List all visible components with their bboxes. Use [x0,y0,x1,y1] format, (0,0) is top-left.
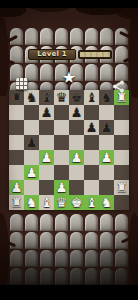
piece-white-pawn: ♟ [11,180,23,195]
square-c4[interactable]: ♟ [39,150,54,165]
square-g2[interactable] [99,180,114,195]
piece-white-pawn: ♟ [26,165,38,180]
square-c1[interactable]: ♝ [39,195,54,210]
tombstone [40,268,53,285]
square-d6[interactable] [54,120,69,135]
tombstone [40,28,53,45]
tombstone [85,64,98,81]
tombstone [115,214,128,231]
square-a1[interactable]: ♜ [9,195,24,210]
square-g4[interactable]: ♟ [99,150,114,165]
square-d5[interactable] [54,135,69,150]
square-d3[interactable] [54,165,69,180]
square-b8[interactable]: ♞ [24,90,39,105]
piece-black-bishop: ♝ [86,90,98,105]
square-c8[interactable]: ♝ [39,90,54,105]
tombstone [25,250,38,267]
square-f6[interactable]: ♟ [84,120,99,135]
tombstone [40,232,53,249]
piece-white-pawn: ♟ [101,150,113,165]
square-b6[interactable] [24,120,39,135]
tombstone [40,214,53,231]
piece-black-queen: ♛ [56,90,68,105]
square-a2[interactable]: ♟ [9,180,24,195]
square-f5[interactable] [84,135,99,150]
square-d1[interactable]: ♛ [54,195,69,210]
square-e6[interactable] [69,120,84,135]
tombstone-row [0,28,138,46]
piece-white-pawn: ♟ [41,150,53,165]
status-bar-bottom [0,285,138,300]
tree-trunk [129,12,138,98]
tombstone [100,250,113,267]
piece-white-queen: ♛ [56,195,68,210]
menu-grid-icon[interactable] [16,78,28,90]
tombstone [25,268,38,285]
square-a6[interactable] [9,120,24,135]
tombstone-row [0,250,138,268]
square-d2[interactable]: ♟ [54,180,69,195]
piece-white-king: ♚ [71,195,83,210]
tombstone [55,28,68,45]
tombstone [40,64,53,81]
level-progress-fill [80,52,110,57]
square-c6[interactable] [39,120,54,135]
tombstone [70,28,83,45]
tombstone [55,232,68,249]
graveyard-background: Level 1 ★ ♜♞♝♛♚♝♞♜♟♟♟♟♟♟♟♟♟♟♟♜♜♞♝♛♚♝♞ [0,8,138,285]
square-f8[interactable]: ♝ [84,90,99,105]
square-g5[interactable] [99,135,114,150]
square-e1[interactable]: ♚ [69,195,84,210]
piece-white-knight: ♞ [101,195,113,210]
tombstone [10,214,23,231]
square-b1[interactable]: ♞ [24,195,39,210]
level-banner: Level 1 [28,48,114,60]
square-e2[interactable] [69,180,84,195]
tombstone [115,268,128,285]
tombstone [85,214,98,231]
square-c7[interactable]: ♟ [39,105,54,120]
square-b3[interactable]: ♟ [24,165,39,180]
square-g6[interactable]: ♟ [99,120,114,135]
tombstone-row [0,268,138,285]
square-b5[interactable]: ♟ [24,135,39,150]
square-h3[interactable] [114,165,129,180]
tree-trunk [129,213,138,285]
square-b2[interactable] [24,180,39,195]
tombstone [25,232,38,249]
piece-white-pawn: ♟ [71,150,83,165]
tombstone [70,250,83,267]
piece-black-pawn: ♟ [71,105,83,120]
square-f7[interactable] [84,105,99,120]
square-h5[interactable] [114,135,129,150]
square-c2[interactable] [39,180,54,195]
tombstone [70,268,83,285]
tombstone [85,250,98,267]
square-g3[interactable] [99,165,114,180]
tombstone [10,250,23,267]
tombstone-row [0,232,138,250]
tree-canopy [0,8,138,22]
square-h7[interactable] [114,105,129,120]
square-e4[interactable]: ♟ [69,150,84,165]
piece-white-bishop: ♝ [41,195,53,210]
square-f2[interactable] [84,180,99,195]
square-e5[interactable] [69,135,84,150]
status-bar-top [0,0,138,8]
tombstone [70,232,83,249]
piece-white-bishop: ♝ [86,195,98,210]
tombstone [40,250,53,267]
tombstone [25,214,38,231]
square-e3[interactable] [69,165,84,180]
tombstone [100,28,113,45]
tombstone [100,232,113,249]
tombstone [55,214,68,231]
piece-black-knight: ♞ [26,90,38,105]
square-d8[interactable]: ♛ [54,90,69,105]
square-a7[interactable] [9,105,24,120]
piece-black-bishop: ♝ [41,90,53,105]
square-b7[interactable] [24,105,39,120]
piece-black-pawn: ♟ [86,120,98,135]
tombstone [55,268,68,285]
square-d4[interactable] [54,150,69,165]
square-b4[interactable] [24,150,39,165]
square-a4[interactable] [9,150,24,165]
square-f1[interactable]: ♝ [84,195,99,210]
phone-screen: { "game": "chess", "app": { "level_label… [0,0,138,300]
piece-black-king: ♚ [71,90,83,105]
tombstone [100,214,113,231]
tombstone [85,268,98,285]
piece-black-pawn: ♟ [41,105,53,120]
square-f3[interactable] [84,165,99,180]
piece-white-pawn: ♟ [56,180,68,195]
piece-white-knight: ♞ [26,195,38,210]
square-g1[interactable]: ♞ [99,195,114,210]
tombstone [10,268,23,285]
piece-black-rook: ♜ [11,90,23,105]
square-e8[interactable]: ♚ [69,90,84,105]
square-h2[interactable]: ♜ [114,180,129,195]
square-a8[interactable]: ♜ [9,90,24,105]
tombstone [100,268,113,285]
tombstone [70,214,83,231]
level-label: Level 1 [28,49,76,60]
square-a3[interactable] [9,165,24,180]
piece-black-pawn: ♟ [101,120,113,135]
square-c5[interactable] [39,135,54,150]
square-h6[interactable] [114,120,129,135]
tombstone-row [0,214,138,232]
square-a5[interactable] [9,135,24,150]
square-h1[interactable] [114,195,129,210]
level-progress-bar [78,50,112,59]
square-d7[interactable] [54,105,69,120]
star-icon[interactable]: ★ [60,69,78,87]
square-g7[interactable] [99,105,114,120]
piece-white-rook: ♜ [11,195,23,210]
square-h4[interactable] [114,150,129,165]
chess-board: ♜♞♝♛♚♝♞♜♟♟♟♟♟♟♟♟♟♟♟♜♜♞♝♛♚♝♞ [9,90,129,210]
tombstone [115,250,128,267]
piece-black-pawn: ♟ [26,135,38,150]
share-icon[interactable] [112,78,125,91]
tombstone [25,28,38,45]
tombstone [85,28,98,45]
piece-black-knight: ♞ [101,90,113,105]
square-e7[interactable]: ♟ [69,105,84,120]
square-c3[interactable] [39,165,54,180]
piece-white-rook: ♜ [116,180,128,195]
tombstone [85,232,98,249]
square-f4[interactable] [84,150,99,165]
tombstone [55,250,68,267]
